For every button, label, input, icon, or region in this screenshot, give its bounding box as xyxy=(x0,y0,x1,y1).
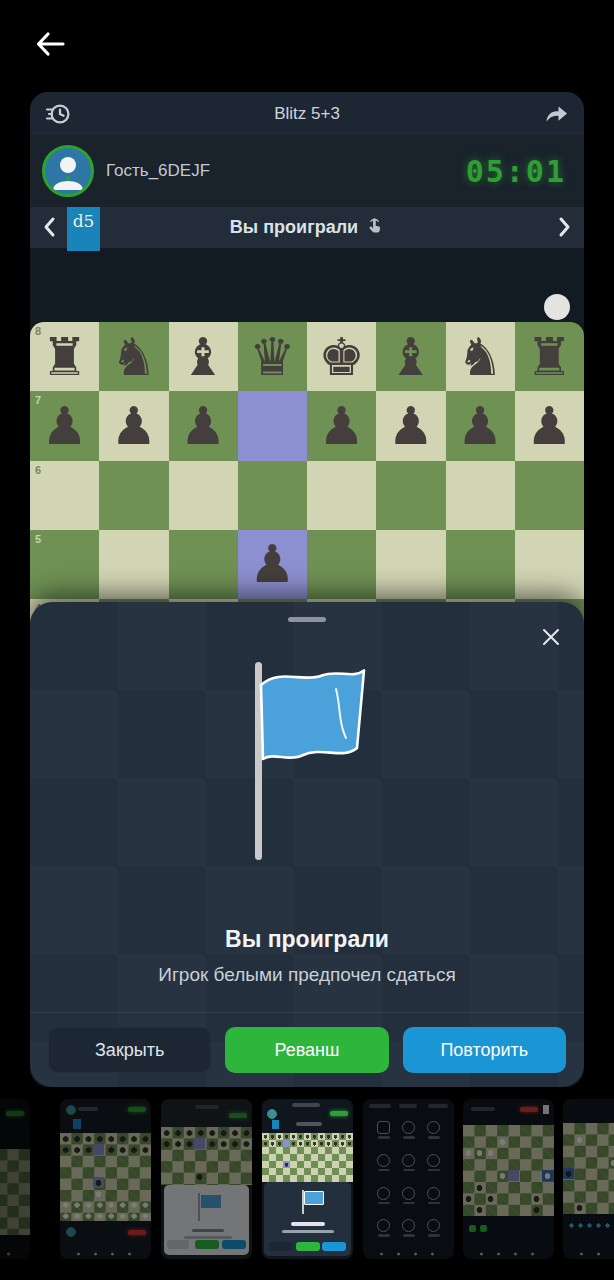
avatar xyxy=(42,145,94,197)
square-e7[interactable]: ♟ xyxy=(307,391,376,460)
square-h7[interactable]: ♟ xyxy=(515,391,584,460)
piece-e7: ♟ xyxy=(318,400,365,452)
square-e8[interactable]: ♚ xyxy=(307,322,376,391)
square-h6[interactable] xyxy=(515,461,584,530)
tap-icon xyxy=(365,216,384,240)
move-navigation: d5 Вы проиграли xyxy=(30,207,584,248)
piece-e8: ♚ xyxy=(318,331,365,383)
game-result-sheet: Вы проиграли Игрок белыми предпочел сдат… xyxy=(30,602,584,1087)
rematch-button[interactable]: Реванш xyxy=(225,1027,388,1073)
game-status: Вы проиграли xyxy=(230,216,384,240)
game-status-text: Вы проиграли xyxy=(230,217,358,238)
chevron-right-icon[interactable] xyxy=(552,215,576,239)
square-d6[interactable] xyxy=(238,461,307,530)
back-arrow-icon xyxy=(32,48,68,65)
piece-f8: ♝ xyxy=(388,331,435,383)
screenshot-viewer: { "viewer": { "icons": { "back": "back-a… xyxy=(0,0,614,1280)
square-c7[interactable]: ♟ xyxy=(169,391,238,460)
thumbnail-game-full-board[interactable] xyxy=(60,1099,151,1259)
square-h8[interactable]: ♜ xyxy=(515,322,584,391)
resign-flag-icon xyxy=(250,656,380,870)
square-a8[interactable]: 8♜ xyxy=(30,322,99,391)
thumbnail-current-screenshot[interactable] xyxy=(262,1099,353,1259)
player-clock: 05:01 xyxy=(466,154,572,189)
square-c8[interactable]: ♝ xyxy=(169,322,238,391)
square-a5[interactable]: 5 xyxy=(30,530,99,599)
rank-label-8: 8 xyxy=(35,325,41,337)
history-icon[interactable] xyxy=(44,100,72,128)
square-d5[interactable]: ♟ xyxy=(238,530,307,599)
square-c5[interactable] xyxy=(169,530,238,599)
back-button[interactable] xyxy=(32,26,68,62)
rank-label-6: 6 xyxy=(35,464,41,476)
current-move-badge[interactable]: d5 xyxy=(67,207,100,251)
square-f6[interactable] xyxy=(376,461,445,530)
square-e5[interactable] xyxy=(307,530,376,599)
thumbnail-game-midgame[interactable] xyxy=(463,1099,554,1259)
square-d8[interactable]: ♛ xyxy=(238,322,307,391)
square-g6[interactable] xyxy=(446,461,515,530)
replay-button[interactable]: Повторить xyxy=(403,1027,566,1073)
game-mode-title: Blitz 5+3 xyxy=(72,104,542,124)
piece-a8: ♜ xyxy=(41,331,88,383)
square-h5[interactable] xyxy=(515,530,584,599)
square-b6[interactable] xyxy=(99,461,168,530)
player-name: Гость_6DEJF xyxy=(106,161,210,181)
rank-label-7: 7 xyxy=(35,394,41,406)
app-header: Blitz 5+3 xyxy=(30,92,584,135)
piece-c7: ♟ xyxy=(180,400,227,452)
player-row: Гость_6DEJF 05:01 xyxy=(30,135,584,207)
thumbnail-game-move-dots[interactable] xyxy=(563,1099,614,1259)
piece-a7: ♟ xyxy=(41,400,88,452)
square-b8[interactable]: ♞ xyxy=(99,322,168,391)
piece-b7: ♟ xyxy=(111,400,158,452)
square-b5[interactable] xyxy=(99,530,168,599)
square-a7[interactable]: 7♟ xyxy=(30,391,99,460)
square-e6[interactable] xyxy=(307,461,376,530)
square-g8[interactable]: ♞ xyxy=(446,322,515,391)
thumbnail-strip xyxy=(0,1099,614,1259)
close-icon[interactable] xyxy=(540,626,562,648)
result-subtitle: Игрок белыми предпочел сдаться xyxy=(30,964,584,986)
square-c6[interactable] xyxy=(169,461,238,530)
square-a6[interactable]: 6 xyxy=(30,461,99,530)
rank-label-5: 5 xyxy=(35,533,41,545)
white-turn-indicator xyxy=(544,294,570,320)
square-d7[interactable] xyxy=(238,391,307,460)
piece-b8: ♞ xyxy=(111,331,158,383)
thumbnail-game-dark[interactable] xyxy=(0,1099,30,1259)
close-game-button[interactable]: Закрыть xyxy=(48,1027,211,1073)
square-g5[interactable] xyxy=(446,530,515,599)
square-f5[interactable] xyxy=(376,530,445,599)
piece-g8: ♞ xyxy=(457,331,504,383)
piece-h8: ♜ xyxy=(526,331,573,383)
divider xyxy=(30,1012,584,1013)
square-b7[interactable]: ♟ xyxy=(99,391,168,460)
share-icon[interactable] xyxy=(542,100,570,128)
piece-d8: ♛ xyxy=(249,331,296,383)
piece-d5: ♟ xyxy=(249,538,296,590)
piece-c8: ♝ xyxy=(180,331,227,383)
square-f8[interactable]: ♝ xyxy=(376,322,445,391)
result-buttons: Закрыть Реванш Повторить xyxy=(48,1027,566,1073)
square-f7[interactable]: ♟ xyxy=(376,391,445,460)
result-title: Вы проиграли xyxy=(30,926,584,953)
square-g7[interactable]: ♟ xyxy=(446,391,515,460)
thumbnail-time-control-picker[interactable] xyxy=(363,1099,454,1259)
piece-f7: ♟ xyxy=(388,400,435,452)
piece-h7: ♟ xyxy=(526,400,573,452)
thumbnail-game-over-light[interactable] xyxy=(161,1099,252,1259)
chevron-left-icon[interactable] xyxy=(38,215,62,239)
screenshot-card: Blitz 5+3 Гость_6DEJF 05:01 d5 Вы проигр… xyxy=(30,92,584,1087)
drag-handle[interactable] xyxy=(288,617,326,622)
piece-g7: ♟ xyxy=(457,400,504,452)
board-gap xyxy=(30,248,584,322)
